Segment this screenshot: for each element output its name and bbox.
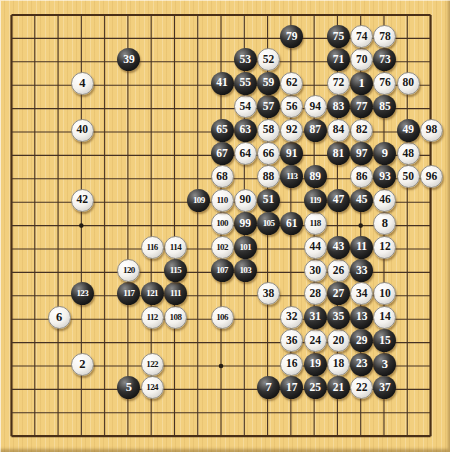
stone-number: 43 [333,241,345,253]
stone-number: 38 [263,288,275,300]
stone-number: 54 [240,100,252,112]
stone-number: 34 [356,288,368,300]
stone-number: 115 [170,265,181,274]
stone-number: 67 [216,147,228,159]
stone-number: 62 [286,77,298,89]
stone-number: 58 [263,124,275,136]
stone-number: 23 [356,358,368,370]
stone-number: 63 [240,124,252,136]
stone-number: 42 [77,194,89,206]
stone-black-53: 53 [234,48,257,71]
stone-number: 7 [265,381,271,394]
stone-number: 49 [403,124,415,136]
stone-number: 13 [356,311,368,323]
stone-white-122: 122 [141,353,164,376]
stone-number: 12 [379,241,391,253]
stone-black-67: 67 [211,142,234,165]
stone-number: 111 [170,289,181,298]
stone-number: 80 [403,77,415,89]
stone-number: 89 [309,171,321,183]
stone-number: 99 [240,217,252,229]
stone-black-109: 109 [187,189,210,212]
stone-white-114: 114 [164,236,187,259]
stone-white-72: 72 [327,72,350,95]
stone-black-19: 19 [304,353,327,376]
stone-white-42: 42 [71,189,94,212]
stone-number: 16 [286,358,298,370]
stone-number: 5 [126,381,132,394]
stone-number: 110 [216,195,227,204]
stone-number: 36 [286,334,298,346]
stone-number: 56 [286,100,298,112]
stone-white-64: 64 [234,142,257,165]
stone-number: 116 [147,242,158,251]
stone-black-35: 35 [327,306,350,329]
stone-number: 3 [382,357,388,370]
stone-number: 53 [240,54,252,66]
stone-number: 106 [216,312,228,321]
stone-number: 65 [216,124,228,136]
stone-number: 68 [216,171,228,183]
stone-number: 84 [333,124,345,136]
stone-number: 74 [356,30,368,42]
stone-number: 32 [286,311,298,323]
stone-number: 117 [123,289,134,298]
stone-number: 40 [77,124,89,136]
stone-black-55: 55 [234,72,257,95]
stone-white-112: 112 [141,306,164,329]
stone-number: 77 [356,100,368,112]
stone-number: 51 [263,194,275,206]
stone-white-28: 28 [304,282,327,305]
stone-number: 24 [309,334,321,346]
stone-number: 119 [310,195,321,204]
stone-number: 27 [333,288,345,300]
stone-white-80: 80 [397,72,420,95]
stone-number: 105 [263,219,275,228]
stone-white-40: 40 [71,119,94,142]
stone-number: 70 [356,54,368,66]
stone-number: 76 [379,77,391,89]
stone-white-62: 62 [280,72,303,95]
stone-white-6: 6 [48,306,71,329]
stone-number: 86 [356,171,368,183]
stone-number: 75 [333,30,345,42]
stone-black-63: 63 [234,119,257,142]
stone-number: 66 [263,147,275,159]
stone-number: 39 [123,54,135,66]
stone-number: 93 [379,171,391,183]
stone-number: 102 [216,242,228,251]
stone-white-110: 110 [211,189,234,212]
stone-number: 30 [309,264,321,276]
stone-black-83: 83 [327,95,350,118]
stone-black-11: 11 [350,236,373,259]
stone-number: 6 [56,310,62,323]
stone-number: 113 [286,172,297,181]
stone-white-32: 32 [280,306,303,329]
stone-number: 114 [170,242,181,251]
stone-black-21: 21 [327,376,350,399]
stone-number: 11 [356,241,367,253]
stone-white-102: 102 [211,236,234,259]
stone-black-59: 59 [257,72,280,95]
stone-number: 88 [263,171,275,183]
stone-number: 72 [333,77,345,89]
stone-white-108: 108 [164,306,187,329]
stone-number: 82 [356,124,368,136]
stone-black-3: 3 [373,353,396,376]
stone-number: 81 [333,147,345,159]
stone-number: 79 [286,30,298,42]
stone-number: 48 [403,147,415,159]
stone-white-74: 74 [350,25,373,48]
stone-white-2: 2 [71,353,94,376]
stone-number: 108 [170,312,182,321]
stone-number: 22 [356,381,368,393]
stone-black-45: 45 [350,189,373,212]
stone-number: 41 [216,77,228,89]
stone-black-89: 89 [304,165,327,188]
stone-number: 121 [146,289,158,298]
stone-white-106: 106 [211,306,234,329]
stone-black-103: 103 [234,259,257,282]
stone-white-12: 12 [373,236,396,259]
stone-number: 2 [79,357,85,370]
stone-number: 100 [216,219,228,228]
kifu-diagram: 1234567891011121314151617181920212223242… [0,0,450,452]
stone-white-50: 50 [397,165,420,188]
stone-black-115: 115 [164,259,187,282]
stone-black-47: 47 [327,189,350,212]
stone-number: 50 [403,171,415,183]
stone-white-90: 90 [234,189,257,212]
stone-number: 17 [286,381,298,393]
stone-white-124: 124 [141,376,164,399]
stone-number: 64 [240,147,252,159]
stone-number: 78 [379,30,391,42]
stone-white-82: 82 [350,119,373,142]
stone-number: 107 [216,265,228,274]
stone-number: 59 [263,77,275,89]
stone-white-26: 26 [327,259,350,282]
stone-black-1: 1 [350,72,373,95]
stone-number: 101 [239,242,251,251]
stone-number: 29 [356,334,368,346]
stone-black-33: 33 [350,259,373,282]
stone-white-54: 54 [234,95,257,118]
stone-number: 33 [356,264,368,276]
stone-number: 31 [309,311,321,323]
stone-black-31: 31 [304,306,327,329]
stone-black-51: 51 [257,189,280,212]
stone-black-99: 99 [234,212,257,235]
stone-number: 4 [79,76,85,89]
stone-number: 85 [379,100,391,112]
stone-number: 83 [333,100,345,112]
stone-number: 9 [382,147,388,160]
stone-number: 71 [333,54,345,66]
stone-number: 124 [146,382,158,391]
stone-black-101: 101 [234,236,257,259]
stone-black-25: 25 [304,376,327,399]
stone-number: 10 [379,288,391,300]
stone-number: 20 [333,334,345,346]
stone-black-75: 75 [327,25,350,48]
stone-white-92: 92 [280,119,303,142]
stone-number: 26 [333,264,345,276]
stone-number: 91 [286,147,298,159]
star-point [219,364,224,369]
stone-number: 21 [333,381,345,393]
stone-number: 87 [309,124,321,136]
stone-number: 28 [309,288,321,300]
stone-number: 18 [333,358,345,370]
stone-black-97: 97 [350,142,373,165]
stone-black-43: 43 [327,236,350,259]
stone-black-121: 121 [141,282,164,305]
stone-number: 8 [382,217,388,230]
stone-number: 47 [333,194,345,206]
stone-number: 96 [426,171,438,183]
stone-number: 122 [146,359,158,368]
stone-number: 55 [240,77,252,89]
stone-number: 61 [286,217,298,229]
stone-number: 103 [239,265,251,274]
stone-white-100: 100 [211,212,234,235]
stone-black-41: 41 [211,72,234,95]
stone-black-107: 107 [211,259,234,282]
stone-black-7: 7 [257,376,280,399]
stone-black-49: 49 [397,119,420,142]
stone-white-4: 4 [71,72,94,95]
stone-number: 14 [379,311,391,323]
stone-number: 118 [310,219,321,228]
stone-black-65: 65 [211,119,234,142]
stone-number: 15 [379,334,391,346]
stone-number: 1 [359,76,365,89]
stone-number: 90 [240,194,252,206]
stone-black-23: 23 [350,353,373,376]
stone-number: 46 [379,194,391,206]
stone-number: 19 [309,358,321,370]
stone-white-20: 20 [327,329,350,352]
stone-white-48: 48 [397,142,420,165]
stone-white-98: 98 [420,119,443,142]
stone-white-94: 94 [304,95,327,118]
stone-white-22: 22 [350,376,373,399]
stone-white-118: 118 [304,212,327,235]
stone-white-24: 24 [304,329,327,352]
stone-number: 35 [333,311,345,323]
stone-white-30: 30 [304,259,327,282]
stone-white-18: 18 [327,353,350,376]
stone-number: 57 [263,100,275,112]
stone-black-81: 81 [327,142,350,165]
stone-number: 109 [193,195,205,204]
stone-number: 97 [356,147,368,159]
stone-number: 45 [356,194,368,206]
stone-white-16: 16 [280,353,303,376]
stone-number: 112 [147,312,158,321]
stone-number: 120 [123,265,135,274]
stone-number: 123 [76,289,88,298]
stone-white-116: 116 [141,236,164,259]
stone-white-58: 58 [257,119,280,142]
stone-white-66: 66 [257,142,280,165]
star-point [79,223,84,228]
go-board[interactable]: 1234567891011121314151617181920212223242… [0,0,450,452]
stone-black-119: 119 [304,189,327,212]
stone-number: 25 [309,381,321,393]
stone-black-13: 13 [350,306,373,329]
stone-number: 92 [286,124,298,136]
star-point [358,223,363,228]
stone-number: 52 [263,54,275,66]
stone-black-87: 87 [304,119,327,142]
stone-number: 44 [309,241,321,253]
stone-number: 94 [309,100,321,112]
stone-number: 73 [379,54,391,66]
stone-white-44: 44 [304,236,327,259]
stone-number: 98 [426,124,438,136]
stone-white-84: 84 [327,119,350,142]
stone-white-68: 68 [211,165,234,188]
stone-black-123: 123 [71,282,94,305]
stone-number: 37 [379,381,391,393]
